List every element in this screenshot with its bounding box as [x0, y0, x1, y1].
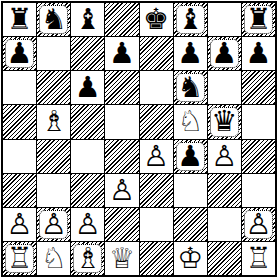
white-bishop-piece[interactable]: ♗ — [41, 107, 67, 136]
square-d1[interactable]: ♕ — [105, 242, 138, 275]
black-pawn-piece[interactable]: ♟ — [211, 39, 237, 68]
square-a2[interactable]: ♙ — [3, 208, 36, 241]
square-f8[interactable]: ♝ — [174, 3, 207, 36]
square-h6[interactable] — [242, 71, 275, 104]
square-f4[interactable]: ♟ — [174, 140, 207, 173]
square-a4[interactable] — [3, 140, 36, 173]
square-e1[interactable] — [140, 242, 173, 275]
black-bishop-piece[interactable]: ♝ — [75, 5, 101, 34]
square-a1[interactable]: ♖ — [3, 242, 36, 275]
black-pawn-piece[interactable]: ♟ — [177, 142, 203, 171]
square-b7[interactable] — [37, 37, 70, 70]
square-c3[interactable] — [71, 174, 104, 207]
square-e2[interactable] — [140, 208, 173, 241]
square-f1[interactable]: ♔ — [174, 242, 207, 275]
square-c2[interactable]: ♙ — [71, 208, 104, 241]
square-g2[interactable] — [208, 208, 241, 241]
square-g7[interactable]: ♟ — [208, 37, 241, 70]
square-c1[interactable]: ♗ — [71, 242, 104, 275]
black-rook-piece[interactable]: ♜ — [7, 5, 33, 34]
square-e3[interactable] — [140, 174, 173, 207]
square-f5[interactable]: ♘ — [174, 105, 207, 138]
square-a6[interactable] — [3, 71, 36, 104]
square-c7[interactable] — [71, 37, 104, 70]
square-g6[interactable] — [208, 71, 241, 104]
white-pawn-piece[interactable]: ♙ — [7, 210, 33, 239]
square-f6[interactable]: ♞ — [174, 71, 207, 104]
square-b8[interactable]: ♞ — [37, 3, 70, 36]
white-queen-piece[interactable]: ♕ — [109, 244, 135, 273]
black-queen-piece[interactable]: ♛ — [211, 107, 237, 136]
square-h1[interactable]: ♖ — [242, 242, 275, 275]
square-e7[interactable] — [140, 37, 173, 70]
black-pawn-piece[interactable]: ♟ — [7, 39, 33, 68]
square-a8[interactable]: ♜ — [3, 3, 36, 36]
white-king-piece[interactable]: ♔ — [177, 244, 203, 273]
square-c6[interactable]: ♟ — [71, 71, 104, 104]
white-bishop-piece[interactable]: ♗ — [75, 244, 101, 273]
black-knight-piece[interactable]: ♞ — [177, 73, 203, 102]
square-g4[interactable]: ♙ — [208, 140, 241, 173]
square-h8[interactable]: ♜ — [242, 3, 275, 36]
square-b2[interactable]: ♙ — [37, 208, 70, 241]
black-knight-piece[interactable]: ♞ — [41, 5, 67, 34]
square-g1[interactable] — [208, 242, 241, 275]
square-d6[interactable] — [105, 71, 138, 104]
square-b4[interactable] — [37, 140, 70, 173]
white-knight-piece[interactable]: ♘ — [177, 107, 203, 136]
square-f2[interactable] — [174, 208, 207, 241]
square-h7[interactable]: ♟ — [242, 37, 275, 70]
square-g5[interactable]: ♛ — [208, 105, 241, 138]
diagram-frame: ♜♞♝♚♝♜♟♟♟♟♟♟♞♗♘♛♙♟♙♙♙♙♙♙♖♘♗♕♔♖ — [0, 0, 280, 280]
black-pawn-piece[interactable]: ♟ — [177, 39, 203, 68]
white-pawn-piece[interactable]: ♙ — [211, 142, 237, 171]
white-rook-piece[interactable]: ♖ — [245, 244, 271, 273]
black-pawn-piece[interactable]: ♟ — [109, 39, 135, 68]
square-d7[interactable]: ♟ — [105, 37, 138, 70]
white-knight-piece[interactable]: ♘ — [41, 244, 67, 273]
square-b3[interactable] — [37, 174, 70, 207]
square-c4[interactable] — [71, 140, 104, 173]
square-d3[interactable]: ♙ — [105, 174, 138, 207]
square-g3[interactable] — [208, 174, 241, 207]
square-h5[interactable] — [242, 105, 275, 138]
square-b1[interactable]: ♘ — [37, 242, 70, 275]
square-a5[interactable] — [3, 105, 36, 138]
square-d8[interactable] — [105, 3, 138, 36]
white-pawn-piece[interactable]: ♙ — [109, 176, 135, 205]
white-pawn-piece[interactable]: ♙ — [41, 210, 67, 239]
black-pawn-piece[interactable]: ♟ — [245, 39, 271, 68]
black-pawn-piece[interactable]: ♟ — [75, 73, 101, 102]
square-h2[interactable]: ♙ — [242, 208, 275, 241]
black-rook-piece[interactable]: ♜ — [245, 5, 271, 34]
square-e5[interactable] — [140, 105, 173, 138]
white-pawn-piece[interactable]: ♙ — [75, 210, 101, 239]
square-d5[interactable] — [105, 105, 138, 138]
square-f7[interactable]: ♟ — [174, 37, 207, 70]
white-pawn-piece[interactable]: ♙ — [245, 210, 271, 239]
square-b5[interactable]: ♗ — [37, 105, 70, 138]
square-e6[interactable] — [140, 71, 173, 104]
square-c8[interactable]: ♝ — [71, 3, 104, 36]
square-h3[interactable] — [242, 174, 275, 207]
square-a3[interactable] — [3, 174, 36, 207]
white-rook-piece[interactable]: ♖ — [7, 244, 33, 273]
square-d2[interactable] — [105, 208, 138, 241]
square-e8[interactable]: ♚ — [140, 3, 173, 36]
square-c5[interactable] — [71, 105, 104, 138]
square-d4[interactable] — [105, 140, 138, 173]
square-e4[interactable]: ♙ — [140, 140, 173, 173]
square-a7[interactable]: ♟ — [3, 37, 36, 70]
square-b6[interactable] — [37, 71, 70, 104]
square-h4[interactable] — [242, 140, 275, 173]
black-king-piece[interactable]: ♚ — [143, 5, 169, 34]
black-bishop-piece[interactable]: ♝ — [177, 5, 203, 34]
chess-board: ♜♞♝♚♝♜♟♟♟♟♟♟♞♗♘♛♙♟♙♙♙♙♙♙♖♘♗♕♔♖ — [1, 1, 277, 277]
square-f3[interactable] — [174, 174, 207, 207]
white-pawn-piece[interactable]: ♙ — [143, 142, 169, 171]
square-g8[interactable] — [208, 3, 241, 36]
